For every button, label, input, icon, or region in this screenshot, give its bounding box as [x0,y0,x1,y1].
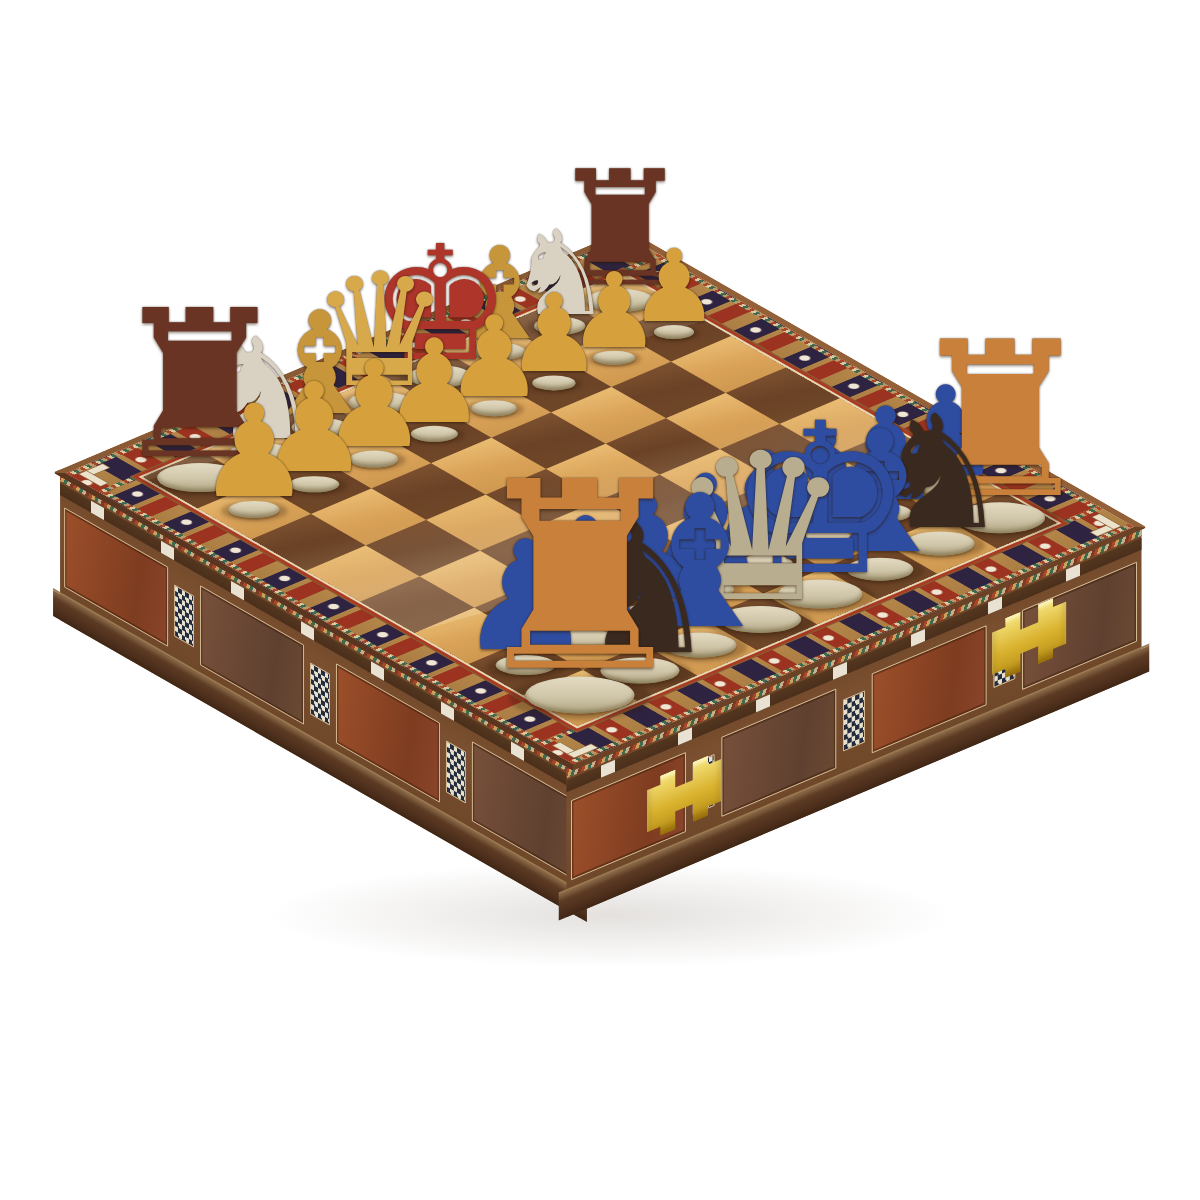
greek-key-corner-icon [595,239,654,268]
checkerboard-inlay [310,662,330,725]
checkerboard-inlay [174,584,194,647]
chess-set-photo: ♜♞♝♛♚♝♞♜♟♟♟♟♟♟♟♟♟♟♟♟♟♟♟♟♜♞♝♛♚♝♞♜ [0,0,1200,1200]
greek-key-corner-icon [74,460,133,489]
checkerboard-inlay [843,690,865,751]
greek-key-corner-icon [1067,510,1126,539]
greek-key-corner-icon [546,731,605,760]
checkerboard-inlay [446,740,466,803]
